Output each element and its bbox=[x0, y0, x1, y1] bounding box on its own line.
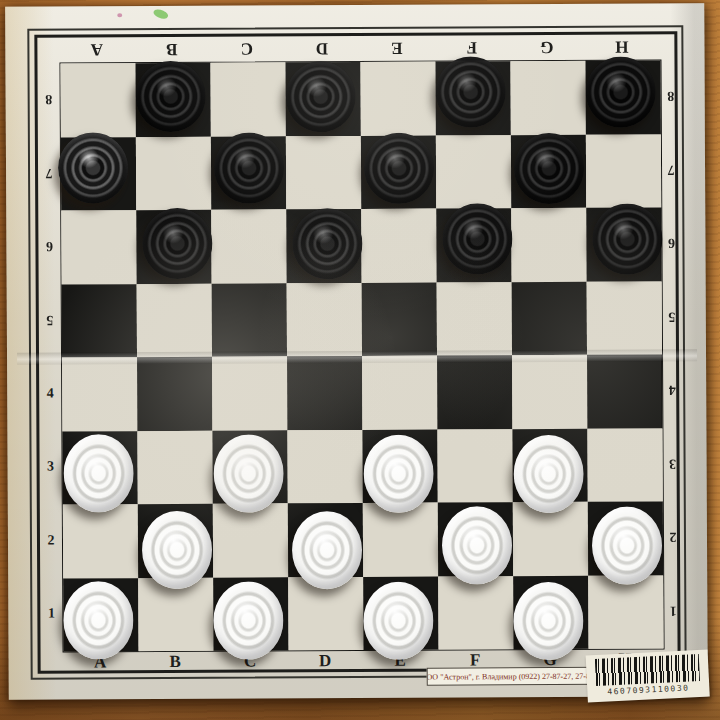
black-man-c7[interactable] bbox=[213, 132, 283, 203]
board-sheet: ABCDEFGH ABCDEFGH 87654321 87654321 ООО … bbox=[5, 3, 708, 700]
square-g8[interactable] bbox=[510, 61, 585, 135]
square-d3[interactable] bbox=[287, 429, 362, 503]
square-h5[interactable] bbox=[587, 281, 662, 355]
square-a8[interactable] bbox=[60, 63, 135, 137]
square-e8[interactable] bbox=[360, 62, 435, 136]
square-f1[interactable] bbox=[438, 576, 513, 650]
white-man-e1[interactable] bbox=[363, 582, 433, 660]
pink-paint-speck bbox=[117, 13, 122, 17]
square-b3[interactable] bbox=[137, 430, 212, 504]
white-man-b2[interactable] bbox=[141, 511, 211, 589]
white-man-a1[interactable] bbox=[63, 581, 133, 659]
square-a5[interactable] bbox=[62, 284, 137, 358]
square-e6[interactable] bbox=[361, 209, 436, 283]
manufacturer-label: ООО "Астрон", г. Владимир (0922) 27-87-2… bbox=[427, 667, 599, 686]
square-d7[interactable] bbox=[286, 135, 361, 209]
square-g6[interactable] bbox=[511, 208, 586, 282]
square-d4[interactable] bbox=[287, 356, 362, 430]
square-e2[interactable] bbox=[363, 503, 438, 577]
square-c4[interactable] bbox=[212, 356, 287, 430]
square-f4[interactable] bbox=[437, 355, 512, 429]
square-c2[interactable] bbox=[213, 503, 288, 577]
black-man-h6[interactable] bbox=[592, 204, 662, 275]
square-f7[interactable] bbox=[436, 135, 511, 209]
square-f5[interactable] bbox=[437, 282, 512, 356]
white-man-f2[interactable] bbox=[441, 506, 511, 584]
square-f3[interactable] bbox=[437, 429, 512, 503]
square-a2[interactable] bbox=[63, 504, 138, 578]
white-man-d2[interactable] bbox=[291, 511, 361, 589]
square-c5[interactable] bbox=[212, 283, 287, 357]
black-man-f8[interactable] bbox=[435, 56, 505, 127]
white-man-h2[interactable] bbox=[591, 506, 661, 584]
white-man-c1[interactable] bbox=[213, 582, 283, 660]
black-man-h8[interactable] bbox=[585, 57, 655, 128]
black-man-d8[interactable] bbox=[285, 61, 355, 132]
barcode-label: 4607093110030 bbox=[586, 650, 710, 703]
black-man-d6[interactable] bbox=[292, 208, 362, 279]
square-g4[interactable] bbox=[512, 355, 587, 429]
barcode-bars bbox=[595, 654, 700, 686]
square-e5[interactable] bbox=[362, 282, 437, 356]
square-c6[interactable] bbox=[211, 209, 286, 283]
white-man-a3[interactable] bbox=[63, 434, 133, 512]
black-man-b6[interactable] bbox=[142, 208, 212, 279]
square-a6[interactable] bbox=[61, 210, 136, 284]
square-h3[interactable] bbox=[587, 428, 662, 502]
green-paint-speck bbox=[152, 7, 169, 21]
black-man-b8[interactable] bbox=[135, 61, 205, 132]
white-man-g3[interactable] bbox=[513, 435, 583, 513]
square-e4[interactable] bbox=[362, 356, 437, 430]
checkers-board bbox=[59, 59, 664, 652]
square-c8[interactable] bbox=[210, 62, 285, 136]
white-man-c3[interactable] bbox=[213, 435, 283, 513]
square-a4[interactable] bbox=[62, 357, 137, 431]
black-man-f6[interactable] bbox=[442, 203, 512, 274]
square-h1[interactable] bbox=[588, 575, 663, 649]
square-h4[interactable] bbox=[587, 354, 662, 428]
black-man-g7[interactable] bbox=[513, 133, 583, 204]
black-man-e7[interactable] bbox=[363, 132, 433, 203]
square-d5[interactable] bbox=[287, 282, 362, 356]
white-man-g1[interactable] bbox=[513, 582, 583, 660]
white-man-e3[interactable] bbox=[363, 435, 433, 513]
black-man-a7[interactable] bbox=[57, 132, 127, 203]
square-b5[interactable] bbox=[137, 283, 212, 357]
square-h7[interactable] bbox=[586, 134, 661, 208]
square-b4[interactable] bbox=[137, 357, 212, 431]
square-b7[interactable] bbox=[136, 136, 211, 210]
square-g5[interactable] bbox=[512, 281, 587, 355]
